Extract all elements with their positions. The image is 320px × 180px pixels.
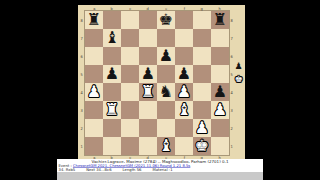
file-label-top-d-text: d <box>147 6 149 10</box>
rank-label-left-2-text: 2 <box>80 126 82 130</box>
square-h3[interactable]: ♟ <box>211 101 229 119</box>
rank-label-left-2: 2 <box>78 119 85 137</box>
rank-label-right-7: 7 <box>228 29 235 47</box>
piece-wP-a4: ♟ <box>85 83 103 101</box>
square-a3[interactable] <box>85 101 103 119</box>
square-f2[interactable] <box>175 119 193 137</box>
rank-label-right-8: 8 <box>228 11 235 29</box>
chess-board: abcdefgh abcdefgh 87654321 87654321 ♜♚♜♝… <box>78 5 245 160</box>
square-a1[interactable] <box>85 137 103 155</box>
square-g7[interactable] <box>193 29 211 47</box>
square-f8[interactable] <box>175 11 193 29</box>
square-c5[interactable] <box>121 65 139 83</box>
rank-label-left-6-text: 6 <box>80 54 82 58</box>
rank-label-right-3-text: 3 <box>230 108 232 112</box>
rank-label-left-5-text: 5 <box>80 72 82 76</box>
square-f6[interactable] <box>175 47 193 65</box>
square-e1[interactable]: ♝ <box>157 137 175 155</box>
rank-labels-left: 87654321 <box>78 11 85 155</box>
rank-label-left-3-text: 3 <box>80 108 82 112</box>
rank-label-left-5: 5 <box>78 65 85 83</box>
square-d5[interactable]: ♟ <box>139 65 157 83</box>
rank-label-right-2: 2 <box>228 119 235 137</box>
rank-label-right-8-text: 8 <box>230 18 232 22</box>
square-a2[interactable] <box>85 119 103 137</box>
piece-wB-e1: ♝ <box>157 137 175 155</box>
square-d7[interactable] <box>139 29 157 47</box>
square-g5[interactable] <box>193 65 211 83</box>
square-h8[interactable]: ♜ <box>211 11 229 29</box>
square-a4[interactable]: ♟ <box>85 83 103 101</box>
square-c2[interactable] <box>121 119 139 137</box>
square-b3[interactable]: ♜ <box>103 101 121 119</box>
square-c1[interactable] <box>121 137 139 155</box>
rank-label-left-4: 4 <box>78 83 85 101</box>
square-c4[interactable] <box>121 83 139 101</box>
square-g2[interactable]: ♟ <box>193 119 211 137</box>
piece-wB-f3: ♝ <box>175 101 193 119</box>
piece-bP-b5: ♟ <box>103 65 121 83</box>
piece-bP-e6: ♟ <box>157 47 175 65</box>
square-h5[interactable] <box>211 65 229 83</box>
piece-bP-f5: ♟ <box>175 65 193 83</box>
square-d6[interactable] <box>139 47 157 65</box>
square-h2[interactable] <box>211 119 229 137</box>
rank-label-left-3: 3 <box>78 101 85 119</box>
square-e2[interactable] <box>157 119 175 137</box>
video-frame: { "game": "chess", "position": { "fen": … <box>0 0 320 180</box>
rank-label-right-4-text: 4 <box>230 90 232 94</box>
rank-label-right-7-text: 7 <box>230 36 232 40</box>
square-e5[interactable] <box>157 65 175 83</box>
game-info-panel: Vachier-Lagrave, Maxime (2784) -- Maghso… <box>57 159 263 172</box>
square-h7[interactable] <box>211 29 229 47</box>
rank-label-left-4-text: 4 <box>80 90 82 94</box>
piece-bB-b7: ♝ <box>103 29 121 47</box>
square-f7[interactable] <box>175 29 193 47</box>
file-label-top-f-text: f <box>183 6 184 10</box>
board-grid: ♜♚♜♝♟♟♟♟♟♜♞♟♟♜♝♟♟♝♚ <box>85 11 229 155</box>
square-h6[interactable] <box>211 47 229 65</box>
square-b8[interactable] <box>103 11 121 29</box>
piece-bR-h8: ♜ <box>211 11 229 29</box>
piece-wK-g1: ♚ <box>193 137 211 155</box>
file-label-top-c-text: c <box>129 6 131 10</box>
material-black-pawn-icon: ♟ <box>232 60 245 73</box>
piece-bR-a8: ♜ <box>85 11 103 29</box>
square-e7[interactable] <box>157 29 175 47</box>
rank-label-left-8-text: 8 <box>80 18 82 22</box>
piece-bP-h4: ♟ <box>211 83 229 101</box>
rank-label-right-1-text: 1 <box>230 144 232 148</box>
square-e8[interactable]: ♚ <box>157 11 175 29</box>
piece-bN-e4: ♞ <box>157 83 175 101</box>
rank-label-right-2-text: 2 <box>230 126 232 130</box>
white-to-move-king-icon: ♚ <box>232 73 245 86</box>
square-b1[interactable] <box>103 137 121 155</box>
piece-bK-e8: ♚ <box>157 11 175 29</box>
square-b2[interactable] <box>103 119 121 137</box>
square-b6[interactable] <box>103 47 121 65</box>
rank-label-right-1: 1 <box>228 137 235 155</box>
square-g1[interactable]: ♚ <box>193 137 211 155</box>
piece-wP-g2: ♟ <box>193 119 211 137</box>
rank-label-right-3: 3 <box>228 101 235 119</box>
rank-label-left-7: 7 <box>78 29 85 47</box>
square-a8[interactable]: ♜ <box>85 11 103 29</box>
piece-wP-h3: ♟ <box>211 101 229 119</box>
square-e4[interactable]: ♞ <box>157 83 175 101</box>
rank-label-left-8: 8 <box>78 11 85 29</box>
square-a6[interactable] <box>85 47 103 65</box>
piece-wP-f4: ♟ <box>175 83 193 101</box>
piece-wR-d4: ♜ <box>139 83 157 101</box>
square-c6[interactable] <box>121 47 139 65</box>
square-g6[interactable] <box>193 47 211 65</box>
rank-label-left-1-text: 1 <box>80 144 82 148</box>
square-b7[interactable]: ♝ <box>103 29 121 47</box>
file-label-top-g-text: g <box>201 6 203 10</box>
square-d1[interactable] <box>139 137 157 155</box>
bottom-scroll-bar[interactable] <box>57 172 263 180</box>
rank-label-left-6: 6 <box>78 47 85 65</box>
square-h1[interactable] <box>211 137 229 155</box>
square-g8[interactable] <box>193 11 211 29</box>
square-c3[interactable] <box>121 101 139 119</box>
square-c8[interactable] <box>121 11 139 29</box>
square-g3[interactable] <box>193 101 211 119</box>
rank-label-left-7-text: 7 <box>80 36 82 40</box>
square-d2[interactable] <box>139 119 157 137</box>
square-f3[interactable]: ♝ <box>175 101 193 119</box>
square-b4[interactable] <box>103 83 121 101</box>
square-f1[interactable] <box>175 137 193 155</box>
piece-wR-b3: ♜ <box>103 101 121 119</box>
margin-indicators: ♟ ♚ <box>232 60 245 86</box>
square-f4[interactable]: ♟ <box>175 83 193 101</box>
file-label-top-b-text: b <box>111 6 113 10</box>
square-e3[interactable] <box>157 101 175 119</box>
square-d4[interactable]: ♜ <box>139 83 157 101</box>
square-h4[interactable]: ♟ <box>211 83 229 101</box>
rank-label-left-1: 1 <box>78 137 85 155</box>
square-d3[interactable] <box>139 101 157 119</box>
piece-bP-d5: ♟ <box>139 65 157 83</box>
square-f5[interactable]: ♟ <box>175 65 193 83</box>
square-g4[interactable] <box>193 83 211 101</box>
square-b5[interactable]: ♟ <box>103 65 121 83</box>
rank-label-right-6-text: 6 <box>230 54 232 58</box>
square-d8[interactable] <box>139 11 157 29</box>
square-a5[interactable] <box>85 65 103 83</box>
square-e6[interactable]: ♟ <box>157 47 175 65</box>
square-c7[interactable] <box>121 29 139 47</box>
square-a7[interactable] <box>85 29 103 47</box>
